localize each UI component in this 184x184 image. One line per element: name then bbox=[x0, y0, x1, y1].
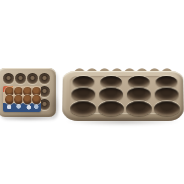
muffin-cup bbox=[127, 76, 149, 88]
muffin-cup bbox=[155, 76, 177, 88]
product-photo bbox=[0, 0, 184, 184]
muffin-cup bbox=[39, 73, 50, 84]
label-muffin bbox=[23, 95, 32, 104]
label-muffin bbox=[32, 95, 41, 104]
muffin-cup bbox=[125, 101, 151, 116]
muffin-cup bbox=[153, 101, 179, 116]
muffin-cup bbox=[3, 73, 14, 84]
muffin-cup bbox=[126, 88, 150, 101]
left-pan-side-shadow bbox=[50, 92, 60, 120]
muffin-cup bbox=[99, 88, 123, 101]
label-bottom-band-graphics bbox=[5, 104, 39, 110]
muffin-cup bbox=[72, 76, 94, 88]
left-pan-shadow bbox=[1, 114, 55, 121]
pan-body bbox=[62, 71, 184, 121]
muffin-cup bbox=[70, 101, 96, 116]
label-muffin bbox=[5, 95, 14, 104]
muffin-pan-angled-view bbox=[62, 64, 184, 124]
right-pan-shadow bbox=[66, 117, 180, 126]
muffin-pan-front-view bbox=[0, 68, 56, 117]
muffin-cup bbox=[154, 88, 178, 101]
product-label bbox=[3, 86, 41, 112]
muffin-cup bbox=[100, 76, 122, 88]
muffin-cup bbox=[15, 73, 26, 84]
muffin-cup bbox=[98, 101, 124, 116]
muffin-cup bbox=[71, 88, 95, 101]
muffin-cup bbox=[27, 73, 38, 84]
label-muffin bbox=[14, 95, 23, 104]
